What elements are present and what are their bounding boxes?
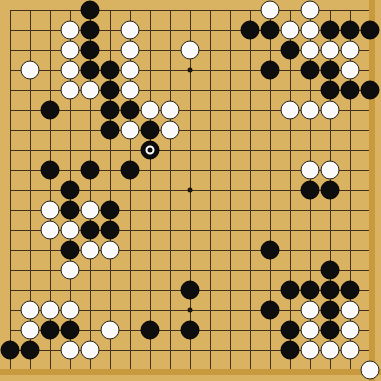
stone-white: [281, 21, 300, 40]
stone-black: [101, 81, 120, 100]
stone-black: [181, 281, 200, 300]
stone-black: [281, 341, 300, 360]
stone-white: [121, 41, 140, 60]
stone-black: [301, 181, 320, 200]
stone-black: [61, 241, 80, 260]
stone-black: [261, 241, 280, 260]
stone-white: [301, 341, 320, 360]
stone-black: [101, 221, 120, 240]
stone-black: [41, 321, 60, 340]
stone-black: [321, 301, 340, 320]
stone-black: [261, 61, 280, 80]
stone-black: [321, 81, 340, 100]
stone-white: [261, 1, 280, 20]
stone-black: [361, 81, 380, 100]
stone-white: [41, 201, 60, 220]
stone-black: [61, 321, 80, 340]
stone-black: [341, 21, 360, 40]
stone-black: [81, 1, 100, 20]
stone-black: [121, 101, 140, 120]
stone-black: [81, 161, 100, 180]
stone-white: [101, 321, 120, 340]
stone-black: [81, 61, 100, 80]
stone-white: [81, 241, 100, 260]
stone-black: [41, 161, 60, 180]
stone-black: [321, 261, 340, 280]
stone-white: [121, 61, 140, 80]
stone-white: [301, 1, 320, 20]
stone-white: [81, 81, 100, 100]
stone-black: [121, 161, 140, 180]
stone-black: [101, 201, 120, 220]
stone-white: [321, 101, 340, 120]
stone-white: [341, 301, 360, 320]
stone-black: [361, 21, 380, 40]
stone-white: [61, 341, 80, 360]
stone-white: [341, 321, 360, 340]
stone-white: [61, 261, 80, 280]
stone-black: [341, 281, 360, 300]
stone-white: [321, 341, 340, 360]
stone-black: [101, 121, 120, 140]
stone-white: [301, 321, 320, 340]
stone-black: [81, 41, 100, 60]
stone-white: [61, 41, 80, 60]
stone-black: [301, 281, 320, 300]
stone-white: [301, 161, 320, 180]
stone-white: [141, 101, 160, 120]
stone-black: [101, 101, 120, 120]
stone-white: [61, 221, 80, 240]
stone-black: [241, 21, 260, 40]
stone-white: [81, 341, 100, 360]
stone-black: [1, 341, 20, 360]
stone-black: [281, 321, 300, 340]
screenshot: [0, 0, 381, 381]
stone-white: [121, 21, 140, 40]
stone-black: [281, 281, 300, 300]
stone-black: [41, 101, 60, 120]
stone-white: [21, 321, 40, 340]
stone-white: [321, 161, 340, 180]
stone-white: [21, 61, 40, 80]
stone-white: [301, 41, 320, 60]
stone-black: [321, 61, 340, 80]
stone-white: [101, 241, 120, 260]
stone-white: [301, 101, 320, 120]
stone-white: [301, 301, 320, 320]
stone-white: [321, 41, 340, 60]
board-edge-shadow-right: [369, 0, 375, 381]
stone-white: [301, 21, 320, 40]
stone-white: [341, 341, 360, 360]
stone-white: [61, 301, 80, 320]
stone-white: [41, 221, 60, 240]
stone-black: [301, 61, 320, 80]
stone-black: [141, 321, 160, 340]
stone-black: [341, 81, 360, 100]
stone-white: [361, 361, 380, 380]
stone-white: [41, 301, 60, 320]
stone-white: [161, 101, 180, 120]
stone-black: [181, 321, 200, 340]
stone-black: [101, 61, 120, 80]
stone-white: [21, 301, 40, 320]
stone-white: [81, 201, 100, 220]
stone-black: [81, 21, 100, 40]
stone-black: [321, 281, 340, 300]
stone-white: [121, 81, 140, 100]
stone-black: [81, 221, 100, 240]
stone-white: [281, 101, 300, 120]
stone-black: [321, 21, 340, 40]
stone-white: [181, 41, 200, 60]
stone-white: [61, 21, 80, 40]
stone-black: [21, 341, 40, 360]
stone-white: [121, 121, 140, 140]
star-point: [188, 188, 193, 193]
last-move-marker: [146, 146, 155, 155]
stone-white: [61, 81, 80, 100]
stone-white: [341, 61, 360, 80]
go-board[interactable]: [0, 0, 381, 381]
stone-black: [61, 201, 80, 220]
stone-white: [341, 41, 360, 60]
board-edge-shadow-bottom: [0, 369, 381, 375]
stone-black: [321, 321, 340, 340]
stone-white: [161, 121, 180, 140]
star-point: [188, 308, 193, 313]
stone-black: [261, 301, 280, 320]
stone-black: [61, 181, 80, 200]
stone-black: [141, 121, 160, 140]
stone-black: [261, 21, 280, 40]
stone-black: [281, 41, 300, 60]
stone-black: [141, 141, 160, 160]
star-point: [188, 68, 193, 73]
stone-black: [321, 181, 340, 200]
stone-white: [61, 61, 80, 80]
